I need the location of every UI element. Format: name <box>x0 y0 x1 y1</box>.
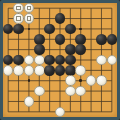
white-stone[interactable] <box>24 55 35 66</box>
board-intersection[interactable] <box>3 65 13 75</box>
white-stone[interactable] <box>24 3 35 14</box>
black-stone[interactable] <box>13 24 24 35</box>
board-intersection[interactable] <box>44 24 54 34</box>
board-intersection[interactable] <box>24 107 34 117</box>
board-intersection[interactable] <box>65 107 75 117</box>
board-intersection[interactable] <box>24 13 34 23</box>
white-stone[interactable] <box>86 75 97 86</box>
board-intersection[interactable] <box>107 34 117 44</box>
black-stone[interactable] <box>65 44 76 55</box>
board-intersection[interactable] <box>13 65 23 75</box>
board-intersection[interactable] <box>76 13 86 23</box>
board-intersection[interactable] <box>13 55 23 65</box>
white-stone[interactable] <box>55 107 66 118</box>
black-stone[interactable] <box>55 55 66 66</box>
black-stone[interactable] <box>65 24 76 35</box>
board-intersection[interactable] <box>44 65 54 75</box>
white-stone[interactable] <box>75 86 86 97</box>
white-stone[interactable] <box>24 13 35 24</box>
board-intersection[interactable] <box>96 24 106 34</box>
go-app <box>0 0 120 120</box>
black-stone[interactable] <box>3 55 14 66</box>
board-intersection[interactable] <box>76 76 86 86</box>
white-stone[interactable] <box>3 65 14 76</box>
board-intersection[interactable] <box>65 96 75 106</box>
board-intersection[interactable] <box>3 34 13 44</box>
black-stone[interactable] <box>44 65 55 76</box>
board-intersection[interactable] <box>55 107 65 117</box>
board-intersection[interactable] <box>96 44 106 54</box>
board-intersection[interactable] <box>86 86 96 96</box>
board-intersection[interactable] <box>76 34 86 44</box>
board-intersection[interactable] <box>65 34 75 44</box>
board-intersection[interactable] <box>24 24 34 34</box>
board-intersection[interactable] <box>13 107 23 117</box>
board-intersection[interactable] <box>96 13 106 23</box>
black-stone[interactable] <box>44 55 55 66</box>
board-intersection[interactable] <box>86 55 96 65</box>
board-intersection[interactable] <box>86 13 96 23</box>
board-intersection[interactable] <box>86 107 96 117</box>
board-intersection[interactable] <box>86 65 96 75</box>
board-intersection[interactable] <box>107 65 117 75</box>
board-intersection[interactable] <box>65 44 75 54</box>
board-intersection[interactable] <box>13 76 23 86</box>
board-intersection[interactable] <box>34 76 44 86</box>
board-intersection[interactable] <box>13 3 23 13</box>
white-stone[interactable] <box>24 96 35 107</box>
black-stone[interactable] <box>75 34 86 45</box>
board-intersection[interactable] <box>65 76 75 86</box>
board-intersection[interactable] <box>65 3 75 13</box>
board-intersection[interactable] <box>55 55 65 65</box>
black-stone[interactable] <box>3 24 14 35</box>
board-intersection[interactable] <box>24 96 34 106</box>
board-intersection[interactable] <box>86 44 96 54</box>
board-intersection[interactable] <box>76 24 86 34</box>
board-intersection[interactable] <box>55 96 65 106</box>
board-intersection[interactable] <box>44 96 54 106</box>
square-mark <box>16 6 21 11</box>
board-intersection[interactable] <box>76 107 86 117</box>
black-stone[interactable] <box>55 65 66 76</box>
board-intersection[interactable] <box>3 86 13 96</box>
black-stone[interactable] <box>96 34 107 45</box>
board-intersection[interactable] <box>13 44 23 54</box>
board-intersection[interactable] <box>34 24 44 34</box>
board-intersection[interactable] <box>34 96 44 106</box>
square-mark <box>16 16 21 21</box>
white-stone[interactable] <box>96 55 107 66</box>
board-intersection[interactable] <box>55 34 65 44</box>
board-frame <box>0 0 120 120</box>
board-intersection[interactable] <box>3 96 13 106</box>
board-intersection[interactable] <box>24 86 34 96</box>
board-intersection[interactable] <box>44 55 54 65</box>
board-intersection[interactable] <box>86 76 96 86</box>
board-intersection[interactable] <box>107 44 117 54</box>
board-intersection[interactable] <box>65 65 75 75</box>
board-intersection[interactable] <box>3 24 13 34</box>
board-intersection[interactable] <box>86 24 96 34</box>
board-intersection[interactable] <box>55 13 65 23</box>
board-intersection[interactable] <box>24 76 34 86</box>
black-stone[interactable] <box>34 34 45 45</box>
hoshi-dot <box>79 79 82 82</box>
board-intersection[interactable] <box>76 96 86 106</box>
white-stone[interactable] <box>65 75 76 86</box>
board-intersection[interactable] <box>34 107 44 117</box>
board-intersection[interactable] <box>34 3 44 13</box>
board-intersection[interactable] <box>44 44 54 54</box>
board-intersection[interactable] <box>55 24 65 34</box>
board-intersection[interactable] <box>3 107 13 117</box>
black-stone[interactable] <box>44 24 55 35</box>
square-mark <box>27 6 32 11</box>
board-intersection[interactable] <box>44 34 54 44</box>
board-intersection[interactable] <box>96 34 106 44</box>
board-intersection[interactable] <box>55 86 65 96</box>
black-stone[interactable] <box>107 34 118 45</box>
hoshi-dot <box>28 28 31 31</box>
board-intersection[interactable] <box>34 55 44 65</box>
board-intersection[interactable] <box>34 13 44 23</box>
board-intersection[interactable] <box>13 24 23 34</box>
black-stone[interactable] <box>55 34 66 45</box>
board-intersection[interactable] <box>107 3 117 13</box>
board-intersection[interactable] <box>34 44 44 54</box>
board-intersection[interactable] <box>96 3 106 13</box>
white-stone[interactable] <box>34 55 45 66</box>
board-intersection[interactable] <box>3 55 13 65</box>
board-intersection[interactable] <box>3 3 13 13</box>
board-intersection[interactable] <box>96 107 106 117</box>
board-intersection[interactable] <box>34 65 44 75</box>
board-intersection[interactable] <box>107 13 117 23</box>
board-intersection[interactable] <box>44 13 54 23</box>
board-intersection[interactable] <box>55 3 65 13</box>
white-stone[interactable] <box>96 75 107 86</box>
board-intersection[interactable] <box>76 86 86 96</box>
board-intersection[interactable] <box>24 65 34 75</box>
board-intersection[interactable] <box>76 3 86 13</box>
board-intersection[interactable] <box>107 76 117 86</box>
white-stone[interactable] <box>13 3 24 14</box>
board-intersection[interactable] <box>3 44 13 54</box>
black-stone[interactable] <box>13 55 24 66</box>
board-intersection[interactable] <box>96 86 106 96</box>
board-intersection[interactable] <box>44 86 54 96</box>
board-intersection[interactable] <box>13 34 23 44</box>
square-mark <box>27 16 32 21</box>
board-intersection[interactable] <box>107 24 117 34</box>
board-intersection[interactable] <box>86 96 96 106</box>
white-stone[interactable] <box>34 65 45 76</box>
board-intersection[interactable] <box>86 3 96 13</box>
board-intersection[interactable] <box>44 76 54 86</box>
board-intersection[interactable] <box>96 96 106 106</box>
board-intersection[interactable] <box>13 13 23 23</box>
hoshi-dot <box>79 28 82 31</box>
board-intersection[interactable] <box>24 34 34 44</box>
board-intersection[interactable] <box>55 44 65 54</box>
go-board[interactable] <box>3 3 117 117</box>
board-intersection[interactable] <box>65 13 75 23</box>
board-intersection[interactable] <box>44 3 54 13</box>
black-stone[interactable] <box>75 44 86 55</box>
board-intersection[interactable] <box>13 96 23 106</box>
board-intersection[interactable] <box>96 55 106 65</box>
board-intersection[interactable] <box>65 86 75 96</box>
board-intersection[interactable] <box>24 55 34 65</box>
board-cells <box>3 3 117 117</box>
board-intersection[interactable] <box>34 34 44 44</box>
board-intersection[interactable] <box>55 76 65 86</box>
board-intersection[interactable] <box>65 24 75 34</box>
white-stone[interactable] <box>24 65 35 76</box>
board-intersection[interactable] <box>55 65 65 75</box>
white-stone[interactable] <box>13 65 24 76</box>
board-intersection[interactable] <box>76 55 86 65</box>
white-stone[interactable] <box>75 65 86 76</box>
board-intersection[interactable] <box>86 34 96 44</box>
board-intersection[interactable] <box>76 44 86 54</box>
white-stone[interactable] <box>34 86 45 97</box>
white-stone[interactable] <box>13 13 24 24</box>
board-intersection[interactable] <box>44 107 54 117</box>
board-intersection[interactable] <box>107 96 117 106</box>
board-intersection[interactable] <box>24 44 34 54</box>
black-stone[interactable] <box>65 55 76 66</box>
board-intersection[interactable] <box>96 76 106 86</box>
white-stone[interactable] <box>107 55 118 66</box>
black-stone[interactable] <box>55 13 66 24</box>
board-intersection[interactable] <box>24 3 34 13</box>
white-stone[interactable] <box>65 86 76 97</box>
black-stone[interactable] <box>34 44 45 55</box>
board-intersection[interactable] <box>107 107 117 117</box>
board-intersection[interactable] <box>3 76 13 86</box>
board-intersection[interactable] <box>76 65 86 75</box>
board-intersection[interactable] <box>65 55 75 65</box>
hoshi-dot <box>28 79 31 82</box>
black-stone[interactable] <box>65 65 76 76</box>
board-intersection[interactable] <box>13 86 23 96</box>
board-intersection[interactable] <box>96 65 106 75</box>
board-intersection[interactable] <box>34 86 44 96</box>
board-intersection[interactable] <box>107 55 117 65</box>
board-intersection[interactable] <box>3 13 13 23</box>
board-intersection[interactable] <box>107 86 117 96</box>
